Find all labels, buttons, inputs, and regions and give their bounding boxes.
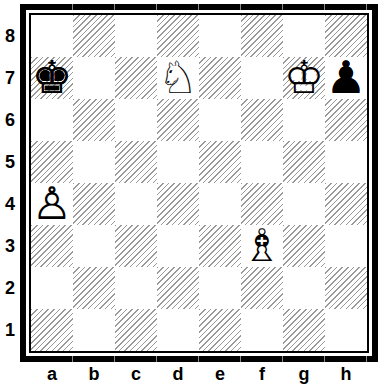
- white-pawn-glyph: ♙: [31, 183, 73, 225]
- square-h3[interactable]: [325, 225, 367, 267]
- square-c8[interactable]: [115, 15, 157, 57]
- square-h5[interactable]: [325, 141, 367, 183]
- square-f7[interactable]: [241, 57, 283, 99]
- square-b2[interactable]: [73, 267, 115, 309]
- file-labels: abcdefgh: [31, 361, 367, 388]
- square-a6[interactable]: [31, 99, 73, 141]
- board-frame: ♚♚♞♘♚♔♟♟♟♙♝♗: [20, 4, 378, 362]
- square-c1[interactable]: [115, 309, 157, 351]
- square-g3[interactable]: [283, 225, 325, 267]
- square-a4[interactable]: ♟♙: [31, 183, 73, 225]
- square-e2[interactable]: [199, 267, 241, 309]
- square-f8[interactable]: [241, 15, 283, 57]
- square-g4[interactable]: [283, 183, 325, 225]
- square-h1[interactable]: [325, 309, 367, 351]
- square-e5[interactable]: [199, 141, 241, 183]
- file-label-e: e: [199, 361, 241, 388]
- square-e7[interactable]: [199, 57, 241, 99]
- square-g2[interactable]: [283, 267, 325, 309]
- rank-label-3: 3: [0, 225, 20, 267]
- square-b1[interactable]: [73, 309, 115, 351]
- square-d2[interactable]: [157, 267, 199, 309]
- square-h7[interactable]: ♟♟: [325, 57, 367, 99]
- file-label-h: h: [325, 361, 367, 388]
- rank-label-7: 7: [0, 57, 20, 99]
- white-knight-glyph: ♘: [157, 57, 199, 99]
- file-label-d: d: [157, 361, 199, 388]
- rank-label-5: 5: [0, 141, 20, 183]
- square-g6[interactable]: [283, 99, 325, 141]
- white-king-glyph: ♔: [283, 57, 325, 99]
- square-b8[interactable]: [73, 15, 115, 57]
- square-d1[interactable]: [157, 309, 199, 351]
- white-bishop-glyph: ♗: [241, 225, 283, 267]
- file-label-f: f: [241, 361, 283, 388]
- square-g7[interactable]: ♚♔: [283, 57, 325, 99]
- square-e8[interactable]: [199, 15, 241, 57]
- square-b5[interactable]: [73, 141, 115, 183]
- black-king-glyph: ♚: [31, 57, 73, 99]
- board-inner-border: ♚♚♞♘♚♔♟♟♟♙♝♗: [29, 13, 369, 353]
- black-pawn-glyph: ♟: [325, 57, 367, 99]
- square-c4[interactable]: [115, 183, 157, 225]
- square-a2[interactable]: [31, 267, 73, 309]
- file-label-a: a: [31, 361, 73, 388]
- square-b6[interactable]: [73, 99, 115, 141]
- file-label-c: c: [115, 361, 157, 388]
- square-d4[interactable]: [157, 183, 199, 225]
- black-king-a7[interactable]: ♚♚: [31, 57, 73, 99]
- square-f6[interactable]: [241, 99, 283, 141]
- square-c5[interactable]: [115, 141, 157, 183]
- square-f3[interactable]: ♝♗: [241, 225, 283, 267]
- border-ticks-top: [31, 4, 367, 10]
- square-d7[interactable]: ♞♘: [157, 57, 199, 99]
- square-f2[interactable]: [241, 267, 283, 309]
- white-king-g7[interactable]: ♚♔: [283, 57, 325, 99]
- file-label-g: g: [283, 361, 325, 388]
- square-h4[interactable]: [325, 183, 367, 225]
- square-f5[interactable]: [241, 141, 283, 183]
- square-g1[interactable]: [283, 309, 325, 351]
- square-c7[interactable]: [115, 57, 157, 99]
- square-e6[interactable]: [199, 99, 241, 141]
- rank-label-6: 6: [0, 99, 20, 141]
- rank-label-1: 1: [0, 309, 20, 351]
- square-e4[interactable]: [199, 183, 241, 225]
- rank-labels: 87654321: [0, 15, 20, 351]
- square-e3[interactable]: [199, 225, 241, 267]
- black-pawn-h7[interactable]: ♟♟: [325, 57, 367, 99]
- white-bishop-f3[interactable]: ♝♗: [241, 225, 283, 267]
- square-a3[interactable]: [31, 225, 73, 267]
- chess-board: ♚♚♞♘♚♔♟♟♟♙♝♗: [31, 15, 367, 351]
- white-pawn-a4[interactable]: ♟♙: [31, 183, 73, 225]
- square-b4[interactable]: [73, 183, 115, 225]
- rank-label-8: 8: [0, 15, 20, 57]
- square-c3[interactable]: [115, 225, 157, 267]
- square-c6[interactable]: [115, 99, 157, 141]
- square-b3[interactable]: [73, 225, 115, 267]
- square-e1[interactable]: [199, 309, 241, 351]
- square-h6[interactable]: [325, 99, 367, 141]
- square-d6[interactable]: [157, 99, 199, 141]
- square-g5[interactable]: [283, 141, 325, 183]
- square-a7[interactable]: ♚♚: [31, 57, 73, 99]
- square-h2[interactable]: [325, 267, 367, 309]
- square-d3[interactable]: [157, 225, 199, 267]
- rank-label-4: 4: [0, 183, 20, 225]
- square-f1[interactable]: [241, 309, 283, 351]
- square-d5[interactable]: [157, 141, 199, 183]
- square-c2[interactable]: [115, 267, 157, 309]
- square-b7[interactable]: [73, 57, 115, 99]
- white-knight-d7[interactable]: ♞♘: [157, 57, 199, 99]
- chess-diagram: 87654321 ♚♚♞♘♚♔♟♟♟♙♝♗ abcdefgh: [0, 0, 385, 389]
- file-label-b: b: [73, 361, 115, 388]
- rank-label-2: 2: [0, 267, 20, 309]
- square-a1[interactable]: [31, 309, 73, 351]
